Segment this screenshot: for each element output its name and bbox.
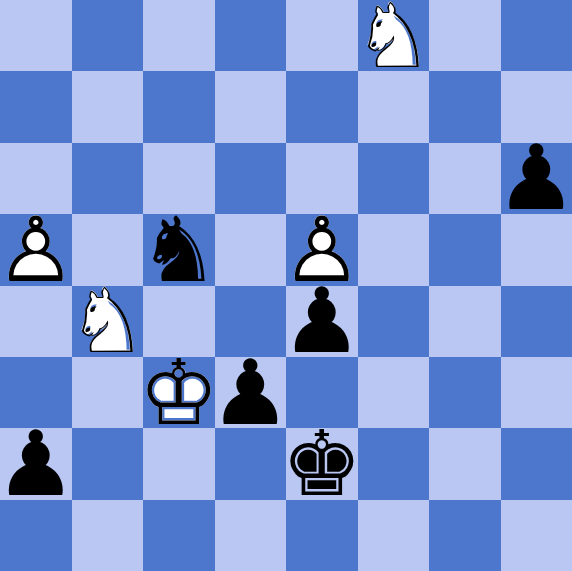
white-pawn-a5[interactable]: ♟♙ (0, 214, 72, 285)
square-f3[interactable] (358, 357, 430, 428)
square-a7[interactable] (0, 71, 72, 142)
white-knight-outline: ♘ (353, 0, 434, 81)
square-b7[interactable] (72, 71, 144, 142)
square-d6[interactable] (215, 143, 287, 214)
square-d7[interactable] (215, 71, 287, 142)
square-h5[interactable] (501, 214, 572, 285)
square-a2[interactable]: ♟ (0, 428, 72, 499)
square-a3[interactable] (0, 357, 72, 428)
square-f8[interactable]: ♞♘ (358, 0, 430, 71)
square-f5[interactable] (358, 214, 430, 285)
white-pawn-fill: ♟ (0, 205, 76, 295)
square-d3[interactable]: ♟ (215, 357, 287, 428)
square-b1[interactable] (72, 500, 144, 571)
square-d5[interactable] (215, 214, 287, 285)
square-g8[interactable] (429, 0, 501, 71)
square-h8[interactable] (501, 0, 572, 71)
square-g2[interactable] (429, 428, 501, 499)
square-e3[interactable] (286, 357, 358, 428)
square-b3[interactable] (72, 357, 144, 428)
square-c8[interactable] (143, 0, 215, 71)
chess-board: ♞♘♟♟♙♞♟♙♞♘♟♚♔♟♟♚ (0, 0, 572, 571)
square-f6[interactable] (358, 143, 430, 214)
black-pawn-h6[interactable]: ♟ (501, 143, 572, 214)
square-b6[interactable] (72, 143, 144, 214)
white-pawn-outline: ♙ (0, 205, 76, 295)
square-f2[interactable] (358, 428, 430, 499)
square-b4[interactable]: ♞♘ (72, 286, 144, 357)
square-g7[interactable] (429, 71, 501, 142)
square-h4[interactable] (501, 286, 572, 357)
square-c7[interactable] (143, 71, 215, 142)
black-pawn-glyph: ♟ (281, 276, 362, 366)
square-a8[interactable] (0, 0, 72, 71)
square-h2[interactable] (501, 428, 572, 499)
square-a6[interactable] (0, 143, 72, 214)
black-pawn-glyph: ♟ (496, 133, 572, 223)
square-e7[interactable] (286, 71, 358, 142)
square-a1[interactable] (0, 500, 72, 571)
square-c5[interactable]: ♞ (143, 214, 215, 285)
square-f7[interactable] (358, 71, 430, 142)
black-knight-glyph: ♞ (138, 205, 219, 295)
white-pawn-outline: ♙ (281, 205, 362, 295)
square-a5[interactable]: ♟♙ (0, 214, 72, 285)
square-e4[interactable]: ♟ (286, 286, 358, 357)
square-d2[interactable] (215, 428, 287, 499)
square-g1[interactable] (429, 500, 501, 571)
square-c4[interactable] (143, 286, 215, 357)
square-h1[interactable] (501, 500, 572, 571)
black-pawn-a2[interactable]: ♟ (0, 428, 72, 499)
square-d1[interactable] (215, 500, 287, 571)
white-knight-fill: ♞ (353, 0, 434, 81)
square-d8[interactable] (215, 0, 287, 71)
square-g6[interactable] (429, 143, 501, 214)
square-f4[interactable] (358, 286, 430, 357)
white-king-c3[interactable]: ♚♔ (143, 357, 215, 428)
square-b5[interactable] (72, 214, 144, 285)
square-c6[interactable] (143, 143, 215, 214)
white-knight-b4[interactable]: ♞♘ (72, 286, 144, 357)
square-g4[interactable] (429, 286, 501, 357)
black-king-glyph: ♚ (281, 419, 362, 509)
square-b2[interactable] (72, 428, 144, 499)
square-d4[interactable] (215, 286, 287, 357)
white-pawn-fill: ♟ (281, 205, 362, 295)
square-e8[interactable] (286, 0, 358, 71)
square-c3[interactable]: ♚♔ (143, 357, 215, 428)
square-a4[interactable] (0, 286, 72, 357)
black-pawn-e4[interactable]: ♟ (286, 286, 358, 357)
white-pawn-e5[interactable]: ♟♙ (286, 214, 358, 285)
square-e5[interactable]: ♟♙ (286, 214, 358, 285)
black-knight-c5[interactable]: ♞ (143, 214, 215, 285)
square-h6[interactable]: ♟ (501, 143, 572, 214)
square-h7[interactable] (501, 71, 572, 142)
black-pawn-d3[interactable]: ♟ (215, 357, 287, 428)
white-knight-outline: ♘ (67, 276, 148, 366)
black-king-e2[interactable]: ♚ (286, 428, 358, 499)
square-b8[interactable] (72, 0, 144, 71)
white-knight-f8[interactable]: ♞♘ (358, 0, 430, 71)
square-e1[interactable] (286, 500, 358, 571)
square-h3[interactable] (501, 357, 572, 428)
white-king-outline: ♔ (138, 348, 219, 438)
square-f1[interactable] (358, 500, 430, 571)
square-c2[interactable] (143, 428, 215, 499)
square-g5[interactable] (429, 214, 501, 285)
square-e6[interactable] (286, 143, 358, 214)
square-e2[interactable]: ♚ (286, 428, 358, 499)
white-knight-fill: ♞ (67, 276, 148, 366)
black-pawn-glyph: ♟ (0, 419, 76, 509)
square-g3[interactable] (429, 357, 501, 428)
black-pawn-glyph: ♟ (210, 348, 291, 438)
square-c1[interactable] (143, 500, 215, 571)
white-king-fill: ♚ (138, 348, 219, 438)
